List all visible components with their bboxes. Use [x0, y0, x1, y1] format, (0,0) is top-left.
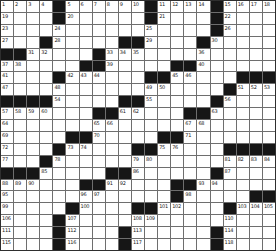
cell[interactable] [224, 191, 236, 202]
cell[interactable] [158, 37, 170, 48]
cell[interactable]: 85 [40, 168, 52, 179]
cell[interactable] [211, 72, 223, 83]
cell[interactable] [145, 239, 157, 250]
cell[interactable] [80, 25, 92, 36]
cell[interactable]: 49 [145, 84, 157, 95]
cell[interactable] [80, 37, 92, 48]
cell[interactable]: 33 [106, 49, 118, 60]
cell[interactable] [158, 108, 170, 119]
cell[interactable] [119, 215, 131, 226]
cell[interactable] [197, 25, 209, 36]
cell[interactable] [237, 120, 249, 131]
cell[interactable]: 114 [224, 227, 236, 238]
cell[interactable] [250, 132, 262, 143]
cell[interactable] [27, 61, 39, 72]
cell[interactable] [263, 120, 275, 131]
cell[interactable] [53, 203, 65, 214]
cell[interactable]: 108 [132, 215, 144, 226]
cell[interactable] [211, 144, 223, 155]
cell[interactable] [263, 61, 275, 72]
cell[interactable] [237, 180, 249, 191]
cell[interactable] [14, 37, 26, 48]
cell[interactable]: 31 [27, 49, 39, 60]
cell[interactable] [211, 120, 223, 131]
cell[interactable] [80, 13, 92, 24]
cell[interactable] [263, 49, 275, 60]
cell[interactable] [93, 215, 105, 226]
cell[interactable]: 12 [171, 1, 183, 12]
cell[interactable] [27, 37, 39, 48]
cell[interactable] [132, 132, 144, 143]
cell[interactable] [237, 227, 249, 238]
cell[interactable] [132, 61, 144, 72]
cell[interactable]: 112 [66, 227, 78, 238]
cell[interactable] [197, 84, 209, 95]
cell[interactable] [184, 37, 196, 48]
cell[interactable]: 4 [40, 1, 52, 12]
cell[interactable] [263, 168, 275, 179]
cell[interactable] [158, 49, 170, 60]
cell[interactable]: 118 [224, 239, 236, 250]
cell[interactable]: 95 [1, 191, 13, 202]
cell[interactable]: 59 [27, 108, 39, 119]
cell[interactable] [66, 84, 78, 95]
cell[interactable] [14, 156, 26, 167]
cell[interactable] [250, 25, 262, 36]
cell[interactable] [184, 144, 196, 155]
cell[interactable] [250, 108, 262, 119]
cell[interactable] [80, 96, 92, 107]
cell[interactable] [184, 49, 196, 60]
cell[interactable] [66, 108, 78, 119]
cell[interactable]: 53 [263, 84, 275, 95]
cell[interactable]: 106 [1, 215, 13, 226]
cell[interactable] [250, 61, 262, 72]
cell[interactable]: 109 [145, 215, 157, 226]
cell[interactable] [106, 25, 118, 36]
cell[interactable] [184, 96, 196, 107]
cell[interactable]: 44 [93, 72, 105, 83]
cell[interactable] [93, 144, 105, 155]
cell[interactable] [145, 108, 157, 119]
cell[interactable] [184, 84, 196, 95]
cell[interactable] [250, 49, 262, 60]
cell[interactable]: 75 [158, 144, 170, 155]
cell[interactable] [40, 203, 52, 214]
cell[interactable]: 78 [53, 156, 65, 167]
cell[interactable] [145, 61, 157, 72]
cell[interactable] [119, 84, 131, 95]
cell[interactable] [119, 203, 131, 214]
cell[interactable] [27, 215, 39, 226]
cell[interactable]: 23 [1, 25, 13, 36]
cell[interactable]: 80 [145, 156, 157, 167]
cell[interactable] [158, 96, 170, 107]
cell[interactable] [263, 96, 275, 107]
cell[interactable] [237, 49, 249, 60]
cell[interactable]: 102 [171, 203, 183, 214]
cell[interactable] [14, 72, 26, 83]
cell[interactable]: 16 [237, 1, 249, 12]
cell[interactable] [211, 215, 223, 226]
cell[interactable] [93, 168, 105, 179]
cell[interactable]: 28 [53, 37, 65, 48]
cell[interactable] [197, 144, 209, 155]
cell[interactable] [80, 108, 92, 119]
cell[interactable] [106, 227, 118, 238]
cell[interactable] [158, 120, 170, 131]
cell[interactable] [184, 227, 196, 238]
cell[interactable] [40, 180, 52, 191]
cell[interactable] [106, 191, 118, 202]
cell[interactable] [27, 25, 39, 36]
cell[interactable] [237, 25, 249, 36]
cell[interactable]: 2 [14, 1, 26, 12]
cell[interactable]: 76 [171, 144, 183, 155]
cell[interactable]: 39 [106, 61, 118, 72]
cell[interactable] [263, 13, 275, 24]
cell[interactable] [27, 132, 39, 143]
cell[interactable]: 111 [1, 227, 13, 238]
cell[interactable]: 10 [132, 1, 144, 12]
cell[interactable] [158, 239, 170, 250]
cell[interactable] [53, 180, 65, 191]
cell[interactable] [184, 13, 196, 24]
cell[interactable] [224, 49, 236, 60]
cell[interactable]: 104 [250, 203, 262, 214]
cell[interactable] [250, 239, 262, 250]
cell[interactable] [80, 49, 92, 60]
cell[interactable]: 56 [224, 96, 236, 107]
cell[interactable]: 98 [184, 191, 196, 202]
cell[interactable]: 27 [1, 37, 13, 48]
cell[interactable] [197, 203, 209, 214]
cell[interactable] [93, 239, 105, 250]
cell[interactable] [145, 180, 157, 191]
cell[interactable] [224, 61, 236, 72]
cell[interactable] [27, 72, 39, 83]
cell[interactable]: 42 [66, 72, 78, 83]
cell[interactable] [197, 239, 209, 250]
cell[interactable] [40, 191, 52, 202]
cell[interactable] [14, 203, 26, 214]
cell[interactable] [237, 191, 249, 202]
cell[interactable]: 52 [250, 84, 262, 95]
cell[interactable]: 51 [237, 84, 249, 95]
cell[interactable]: 88 [1, 180, 13, 191]
cell[interactable] [184, 239, 196, 250]
cell[interactable]: 57 [1, 108, 13, 119]
cell[interactable] [14, 132, 26, 143]
cell[interactable] [53, 49, 65, 60]
cell[interactable] [132, 180, 144, 191]
cell[interactable]: 89 [14, 180, 26, 191]
cell[interactable] [171, 168, 183, 179]
cell[interactable] [224, 120, 236, 131]
cell[interactable] [145, 49, 157, 60]
cell[interactable]: 64 [1, 120, 13, 131]
cell[interactable]: 55 [145, 96, 157, 107]
cell[interactable] [93, 84, 105, 95]
cell[interactable]: 43 [80, 72, 92, 83]
cell[interactable] [66, 49, 78, 60]
cell[interactable] [250, 120, 262, 131]
cell[interactable]: 24 [53, 25, 65, 36]
cell[interactable] [53, 61, 65, 72]
cell[interactable]: 62 [132, 108, 144, 119]
cell[interactable] [14, 120, 26, 131]
cell[interactable] [80, 215, 92, 226]
cell[interactable] [211, 156, 223, 167]
cell[interactable] [171, 227, 183, 238]
cell[interactable] [237, 13, 249, 24]
cell[interactable]: 65 [93, 120, 105, 131]
cell[interactable] [53, 120, 65, 131]
cell[interactable] [263, 215, 275, 226]
cell[interactable] [119, 144, 131, 155]
cell[interactable] [40, 132, 52, 143]
cell[interactable] [27, 13, 39, 24]
cell[interactable] [40, 227, 52, 238]
cell[interactable]: 77 [1, 156, 13, 167]
cell[interactable]: 71 [184, 132, 196, 143]
cell[interactable]: 70 [93, 132, 105, 143]
cell[interactable]: 90 [27, 180, 39, 191]
cell[interactable] [263, 108, 275, 119]
cell[interactable] [263, 25, 275, 36]
cell[interactable] [211, 49, 223, 60]
cell[interactable] [158, 227, 170, 238]
cell[interactable] [197, 96, 209, 107]
cell[interactable] [53, 132, 65, 143]
cell[interactable]: 113 [132, 227, 144, 238]
cell[interactable]: 36 [197, 49, 209, 60]
cell[interactable] [211, 203, 223, 214]
cell[interactable] [237, 239, 249, 250]
cell[interactable]: 41 [1, 72, 13, 83]
cell[interactable] [27, 227, 39, 238]
cell[interactable] [145, 168, 157, 179]
cell[interactable] [27, 191, 39, 202]
cell[interactable] [106, 203, 118, 214]
cell[interactable]: 115 [1, 239, 13, 250]
cell[interactable] [237, 108, 249, 119]
cell[interactable] [237, 37, 249, 48]
cell[interactable] [184, 203, 196, 214]
cell[interactable] [184, 215, 196, 226]
cell[interactable] [119, 156, 131, 167]
cell[interactable]: 19 [1, 13, 13, 24]
cell[interactable]: 35 [132, 49, 144, 60]
cell[interactable] [224, 108, 236, 119]
cell[interactable]: 116 [66, 239, 78, 250]
cell[interactable] [66, 25, 78, 36]
cell[interactable] [184, 25, 196, 36]
cell[interactable] [132, 120, 144, 131]
cell[interactable] [197, 191, 209, 202]
cell[interactable] [66, 191, 78, 202]
cell[interactable] [93, 203, 105, 214]
cell[interactable] [27, 203, 39, 214]
cell[interactable] [40, 13, 52, 24]
cell[interactable] [106, 239, 118, 250]
cell[interactable] [250, 168, 262, 179]
cell[interactable]: 32 [40, 49, 52, 60]
cell[interactable]: 48 [53, 84, 65, 95]
cell[interactable]: 7 [93, 1, 105, 12]
cell[interactable] [224, 132, 236, 143]
cell[interactable]: 46 [184, 72, 196, 83]
cell[interactable] [40, 84, 52, 95]
cell[interactable] [93, 13, 105, 24]
cell[interactable] [211, 61, 223, 72]
cell[interactable] [263, 180, 275, 191]
cell[interactable]: 47 [1, 84, 13, 95]
cell[interactable] [145, 132, 157, 143]
cell[interactable]: 87 [224, 168, 236, 179]
cell[interactable] [250, 96, 262, 107]
cell[interactable] [93, 156, 105, 167]
cell[interactable]: 61 [119, 108, 131, 119]
cell[interactable]: 99 [1, 203, 13, 214]
cell[interactable] [197, 227, 209, 238]
cell[interactable]: 9 [119, 1, 131, 12]
cell[interactable] [66, 96, 78, 107]
cell[interactable] [158, 180, 170, 191]
cell[interactable] [158, 168, 170, 179]
cell[interactable] [106, 132, 118, 143]
cell[interactable] [197, 132, 209, 143]
cell[interactable] [171, 13, 183, 24]
cell[interactable] [145, 120, 157, 131]
cell[interactable]: 5 [66, 1, 78, 12]
cell[interactable] [171, 120, 183, 131]
cell[interactable] [158, 25, 170, 36]
cell[interactable]: 6 [80, 1, 92, 12]
cell[interactable] [27, 239, 39, 250]
cell[interactable] [132, 25, 144, 36]
cell[interactable] [250, 180, 262, 191]
cell[interactable] [263, 227, 275, 238]
cell[interactable] [237, 61, 249, 72]
cell[interactable] [237, 215, 249, 226]
cell[interactable]: 73 [66, 144, 78, 155]
cell[interactable] [263, 37, 275, 48]
cell[interactable] [106, 72, 118, 83]
cell[interactable] [66, 120, 78, 131]
cell[interactable]: 34 [119, 49, 131, 60]
cell[interactable] [14, 227, 26, 238]
cell[interactable]: 82 [237, 156, 249, 167]
cell[interactable] [171, 156, 183, 167]
cell[interactable] [263, 239, 275, 250]
cell[interactable] [158, 191, 170, 202]
cell[interactable] [40, 120, 52, 131]
cell[interactable] [14, 84, 26, 95]
cell[interactable]: 38 [14, 61, 26, 72]
cell[interactable] [66, 61, 78, 72]
cell[interactable]: 13 [184, 1, 196, 12]
cell[interactable] [80, 120, 92, 131]
cell[interactable] [171, 215, 183, 226]
cell[interactable] [171, 84, 183, 95]
cell[interactable] [158, 156, 170, 167]
cell[interactable] [27, 144, 39, 155]
cell[interactable]: 101 [158, 203, 170, 214]
cell[interactable] [119, 13, 131, 24]
cell[interactable]: 63 [211, 108, 223, 119]
cell[interactable] [211, 132, 223, 143]
cell[interactable]: 22 [224, 13, 236, 24]
cell[interactable] [40, 25, 52, 36]
cell[interactable]: 105 [263, 203, 275, 214]
cell[interactable]: 84 [263, 156, 275, 167]
cell[interactable] [66, 156, 78, 167]
cell[interactable] [237, 132, 249, 143]
cell[interactable] [171, 37, 183, 48]
cell[interactable] [93, 227, 105, 238]
cell[interactable]: 20 [66, 13, 78, 24]
cell[interactable]: 29 [145, 37, 157, 48]
cell[interactable] [119, 61, 131, 72]
cell[interactable] [66, 180, 78, 191]
cell[interactable] [250, 13, 262, 24]
cell[interactable]: 21 [158, 13, 170, 24]
cell[interactable]: 107 [66, 215, 78, 226]
cell[interactable] [14, 239, 26, 250]
cell[interactable] [263, 132, 275, 143]
cell[interactable] [171, 108, 183, 119]
cell[interactable] [40, 144, 52, 155]
cell[interactable] [224, 37, 236, 48]
cell[interactable]: 17 [250, 1, 262, 12]
cell[interactable]: 94 [211, 180, 223, 191]
cell[interactable]: 69 [1, 132, 13, 143]
cell[interactable]: 117 [132, 239, 144, 250]
cell[interactable] [66, 168, 78, 179]
cell[interactable] [80, 227, 92, 238]
cell[interactable] [145, 227, 157, 238]
cell[interactable]: 66 [106, 120, 118, 131]
cell[interactable] [40, 215, 52, 226]
cell[interactable]: 81 [224, 156, 236, 167]
cell[interactable] [14, 13, 26, 24]
cell[interactable] [132, 191, 144, 202]
cell[interactable]: 1 [1, 1, 13, 12]
cell[interactable]: 93 [197, 180, 209, 191]
cell[interactable]: 11 [158, 1, 170, 12]
cell[interactable] [197, 215, 209, 226]
cell[interactable]: 97 [93, 191, 105, 202]
cell[interactable]: 74 [80, 144, 92, 155]
cell[interactable] [27, 120, 39, 131]
cell[interactable]: 92 [119, 180, 131, 191]
cell[interactable] [106, 37, 118, 48]
cell[interactable] [80, 84, 92, 95]
cell[interactable] [93, 25, 105, 36]
cell[interactable]: 50 [158, 84, 170, 95]
cell[interactable]: 79 [132, 156, 144, 167]
cell[interactable] [14, 25, 26, 36]
cell[interactable] [53, 168, 65, 179]
cell[interactable] [40, 72, 52, 83]
cell[interactable] [27, 156, 39, 167]
cell[interactable] [184, 156, 196, 167]
cell[interactable]: 8 [106, 1, 118, 12]
cell[interactable] [40, 61, 52, 72]
cell[interactable] [224, 180, 236, 191]
cell[interactable]: 72 [1, 144, 13, 155]
